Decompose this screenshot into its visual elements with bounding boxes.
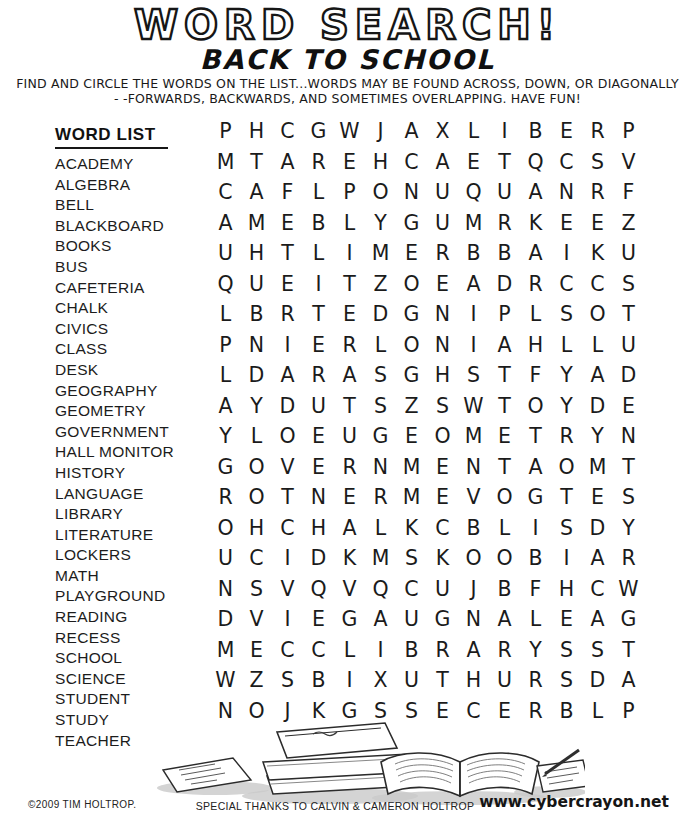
grid-cell-r12c10[interactable]: T [489, 452, 520, 483]
grid-cell-r14c10[interactable]: L [489, 513, 520, 544]
grid-cell-r2c1[interactable]: M [210, 147, 241, 178]
grid-cell-r8c13[interactable]: L [582, 330, 613, 361]
grid-cell-r16c3[interactable]: V [272, 574, 303, 605]
grid-cell-r6c4[interactable]: I [303, 269, 334, 300]
grid-cell-r13c5[interactable]: E [334, 482, 365, 513]
grid-cell-r4c1[interactable]: A [210, 208, 241, 239]
grid-cell-r11c8[interactable]: O [427, 421, 458, 452]
footer-copyright: ©2009 TIM HOLTROP. [28, 799, 137, 810]
grid-cell-r12c12[interactable]: O [551, 452, 582, 483]
grid-cell-r4c13[interactable]: E [582, 208, 613, 239]
grid-cell-r6c8[interactable]: E [427, 269, 458, 300]
grid-cell-r18c10[interactable]: R [489, 635, 520, 666]
word-list-item: LIBRARY [55, 504, 215, 525]
grid-cell-r19c10[interactable]: U [489, 665, 520, 696]
grid-cell-r6c6[interactable]: Z [365, 269, 396, 300]
grid-cell-r3c7[interactable]: N [396, 177, 427, 208]
grid-cell-r8c3[interactable]: I [272, 330, 303, 361]
grid-cell-r2c5[interactable]: E [334, 147, 365, 178]
word-list-items: ACADEMYALGEBRABELLBLACKBOARDBOOKSBUSCAFE… [55, 154, 215, 751]
grid-cell-r8c1[interactable]: P [210, 330, 241, 361]
grid-cell-r12c3[interactable]: V [272, 452, 303, 483]
grid-cell-r3c11[interactable]: A [520, 177, 551, 208]
grid-cell-r17c9[interactable]: N [458, 604, 489, 635]
grid-cell-r2c12[interactable]: C [551, 147, 582, 178]
grid-cell-r14c3[interactable]: C [272, 513, 303, 544]
grid-cell-r6c9[interactable]: A [458, 269, 489, 300]
word-list-item: LANGUAGE [55, 484, 215, 505]
grid-cell-r12c14[interactable]: T [613, 452, 644, 483]
word-list-item: BOOKS [55, 236, 215, 257]
puzzle-subtitle: BACK TO SCHOOL [0, 44, 695, 75]
grid-cell-r15c3[interactable]: I [272, 543, 303, 574]
grid-cell-r10c10[interactable]: T [489, 391, 520, 422]
grid-cell-r16c6[interactable]: Q [365, 574, 396, 605]
grid-cell-r14c13[interactable]: D [582, 513, 613, 544]
grid-cell-r6c5[interactable]: T [334, 269, 365, 300]
grid-cell-r13c12[interactable]: T [551, 482, 582, 513]
grid-cell-r11c10[interactable]: E [489, 421, 520, 452]
grid-cell-r11c4[interactable]: E [303, 421, 334, 452]
grid-cell-r19c4[interactable]: B [303, 665, 334, 696]
letter-grid: PHCGWJAXLIBERPMTAREHCAETQCSVCAFLPONUQUAN… [210, 116, 644, 726]
grid-cell-r11c5[interactable]: U [334, 421, 365, 452]
grid-cell-r5c6[interactable]: M [365, 238, 396, 269]
grid-cell-r16c10[interactable]: B [489, 574, 520, 605]
grid-cell-r2c4[interactable]: R [303, 147, 334, 178]
grid-cell-r11c1[interactable]: Y [210, 421, 241, 452]
grid-cell-r4c2[interactable]: M [241, 208, 272, 239]
grid-cell-r4c4[interactable]: B [303, 208, 334, 239]
grid-cell-r1c11[interactable]: B [520, 116, 551, 147]
grid-cell-r11c13[interactable]: Y [582, 421, 613, 452]
grid-cell-r8c2[interactable]: N [241, 330, 272, 361]
grid-cell-r2c9[interactable]: E [458, 147, 489, 178]
grid-cell-r2c13[interactable]: S [582, 147, 613, 178]
grid-cell-r8c10[interactable]: A [489, 330, 520, 361]
grid-cell-r12c7[interactable]: M [396, 452, 427, 483]
grid-cell-r19c6[interactable]: X [365, 665, 396, 696]
grid-cell-r17c8[interactable]: G [427, 604, 458, 635]
grid-cell-r16c2[interactable]: S [241, 574, 272, 605]
grid-cell-r7c11[interactable]: L [520, 299, 551, 330]
grid-cell-r2c14[interactable]: V [613, 147, 644, 178]
grid-cell-r15c7[interactable]: S [396, 543, 427, 574]
grid-cell-r5c10[interactable]: B [489, 238, 520, 269]
grid-cell-r5c7[interactable]: E [396, 238, 427, 269]
grid-cell-r2c7[interactable]: C [396, 147, 427, 178]
grid-cell-r16c11[interactable]: F [520, 574, 551, 605]
grid-cell-r2c11[interactable]: Q [520, 147, 551, 178]
footer-thanks: SPECIAL THANKS TO CALVIN & CAMERON HOLTR… [196, 800, 474, 812]
grid-cell-r7c9[interactable]: I [458, 299, 489, 330]
grid-cell-r8c4[interactable]: E [303, 330, 334, 361]
grid-cell-r5c11[interactable]: A [520, 238, 551, 269]
grid-cell-r6c10[interactable]: D [489, 269, 520, 300]
grid-cell-r1c3[interactable]: C [272, 116, 303, 147]
grid-cell-r6c1[interactable]: Q [210, 269, 241, 300]
grid-cell-r1c2[interactable]: H [241, 116, 272, 147]
grid-cell-r19c2[interactable]: Z [241, 665, 272, 696]
grid-cell-r19c5[interactable]: I [334, 665, 365, 696]
word-list-item: GOVERNMENT [55, 422, 215, 443]
grid-cell-r10c14[interactable]: E [613, 391, 644, 422]
grid-cell-r7c12[interactable]: S [551, 299, 582, 330]
grid-cell-r13c10[interactable]: O [489, 482, 520, 513]
grid-cell-r18c1[interactable]: M [210, 635, 241, 666]
grid-cell-r18c12[interactable]: S [551, 635, 582, 666]
grid-cell-r17c4[interactable]: E [303, 604, 334, 635]
word-list-item: CIVICS [55, 319, 215, 340]
grid-cell-r7c8[interactable]: N [427, 299, 458, 330]
grid-cell-r18c5[interactable]: L [334, 635, 365, 666]
grid-cell-r1c8[interactable]: X [427, 116, 458, 147]
grid-cell-r4c7[interactable]: G [396, 208, 427, 239]
grid-cell-r16c7[interactable]: C [396, 574, 427, 605]
word-list-item: BUS [55, 257, 215, 278]
grid-cell-r7c5[interactable]: E [334, 299, 365, 330]
grid-cell-r14c9[interactable]: B [458, 513, 489, 544]
grid-cell-r20c13[interactable]: L [582, 696, 613, 727]
grid-cell-r9c9[interactable]: S [458, 360, 489, 391]
grid-cell-r4c3[interactable]: E [272, 208, 303, 239]
grid-cell-r9c3[interactable]: A [272, 360, 303, 391]
grid-cell-r1c1[interactable]: P [210, 116, 241, 147]
grid-cell-r13c13[interactable]: E [582, 482, 613, 513]
grid-cell-r13c8[interactable]: E [427, 482, 458, 513]
grid-cell-r10c11[interactable]: O [520, 391, 551, 422]
grid-cell-r6c3[interactable]: E [272, 269, 303, 300]
grid-cell-r2c3[interactable]: A [272, 147, 303, 178]
grid-cell-r7c2[interactable]: B [241, 299, 272, 330]
grid-cell-r9c1[interactable]: L [210, 360, 241, 391]
grid-cell-r17c13[interactable]: A [582, 604, 613, 635]
grid-cell-r4c6[interactable]: Y [365, 208, 396, 239]
grid-cell-r13c9[interactable]: V [458, 482, 489, 513]
grid-cell-r13c6[interactable]: R [365, 482, 396, 513]
grid-cell-r9c11[interactable]: F [520, 360, 551, 391]
grid-cell-r6c12[interactable]: C [551, 269, 582, 300]
grid-cell-r19c13[interactable]: D [582, 665, 613, 696]
grid-cell-r11c12[interactable]: R [551, 421, 582, 452]
grid-cell-r12c8[interactable]: E [427, 452, 458, 483]
grid-cell-r1c13[interactable]: R [582, 116, 613, 147]
grid-cell-r17c11[interactable]: L [520, 604, 551, 635]
grid-cell-r4c5[interactable]: L [334, 208, 365, 239]
grid-cell-r7c7[interactable]: G [396, 299, 427, 330]
grid-cell-r14c1[interactable]: O [210, 513, 241, 544]
grid-cell-r2c10[interactable]: T [489, 147, 520, 178]
grid-cell-r19c3[interactable]: S [272, 665, 303, 696]
grid-cell-r10c9[interactable]: W [458, 391, 489, 422]
grid-cell-r9c13[interactable]: A [582, 360, 613, 391]
grid-cell-r14c5[interactable]: A [334, 513, 365, 544]
grid-cell-r10c4[interactable]: U [303, 391, 334, 422]
grid-cell-r5c9[interactable]: B [458, 238, 489, 269]
word-list-item: HALL MONITOR [55, 442, 215, 463]
grid-cell-r15c5[interactable]: K [334, 543, 365, 574]
grid-cell-r6c11[interactable]: R [520, 269, 551, 300]
grid-cell-r8c5[interactable]: R [334, 330, 365, 361]
grid-cell-r1c6[interactable]: J [365, 116, 396, 147]
grid-cell-r16c8[interactable]: U [427, 574, 458, 605]
grid-cell-r12c9[interactable]: N [458, 452, 489, 483]
word-list-item: BELL [55, 195, 215, 216]
grid-cell-r1c10[interactable]: I [489, 116, 520, 147]
word-list-item: BLACKBOARD [55, 216, 215, 237]
grid-cell-r1c4[interactable]: G [303, 116, 334, 147]
grid-cell-r18c8[interactable]: R [427, 635, 458, 666]
grid-cell-r11c11[interactable]: T [520, 421, 551, 452]
word-list-item: MATH [55, 566, 215, 587]
grid-cell-r11c6[interactable]: G [365, 421, 396, 452]
grid-cell-r12c2[interactable]: O [241, 452, 272, 483]
grid-cell-r11c7[interactable]: E [396, 421, 427, 452]
word-list-item: ALGEBRA [55, 175, 215, 196]
grid-cell-r18c7[interactable]: B [396, 635, 427, 666]
grid-cell-r14c7[interactable]: K [396, 513, 427, 544]
grid-cell-r13c4[interactable]: N [303, 482, 334, 513]
grid-cell-r9c4[interactable]: R [303, 360, 334, 391]
grid-cell-r6c7[interactable]: O [396, 269, 427, 300]
grid-cell-r3c12[interactable]: N [551, 177, 582, 208]
grid-cell-r16c5[interactable]: V [334, 574, 365, 605]
grid-cell-r4c8[interactable]: U [427, 208, 458, 239]
grid-cell-r8c6[interactable]: L [365, 330, 396, 361]
grid-cell-r17c5[interactable]: G [334, 604, 365, 635]
grid-cell-r12c4[interactable]: E [303, 452, 334, 483]
grid-cell-r18c13[interactable]: S [582, 635, 613, 666]
grid-cell-r5c12[interactable]: I [551, 238, 582, 269]
grid-cell-r12c6[interactable]: N [365, 452, 396, 483]
grid-cell-r16c14[interactable]: W [613, 574, 644, 605]
grid-cell-r15c11[interactable]: B [520, 543, 551, 574]
grid-cell-r19c11[interactable]: R [520, 665, 551, 696]
grid-cell-r2c8[interactable]: A [427, 147, 458, 178]
grid-cell-r4c12[interactable]: E [551, 208, 582, 239]
grid-cell-r17c1[interactable]: D [210, 604, 241, 635]
grid-cell-r10c6[interactable]: S [365, 391, 396, 422]
grid-cell-r5c2[interactable]: H [241, 238, 272, 269]
word-list-item: CAFETERIA [55, 278, 215, 299]
grid-cell-r12c11[interactable]: A [520, 452, 551, 483]
grid-cell-r10c5[interactable]: T [334, 391, 365, 422]
grid-cell-r4c9[interactable]: M [458, 208, 489, 239]
grid-cell-r11c14[interactable]: N [613, 421, 644, 452]
grid-cell-r3c5[interactable]: P [334, 177, 365, 208]
grid-cell-r18c4[interactable]: C [303, 635, 334, 666]
grid-cell-r7c1[interactable]: L [210, 299, 241, 330]
grid-cell-r9c5[interactable]: A [334, 360, 365, 391]
grid-cell-r8c11[interactable]: H [520, 330, 551, 361]
grid-cell-r19c14[interactable]: A [613, 665, 644, 696]
grid-cell-r12c5[interactable]: R [334, 452, 365, 483]
grid-cell-r15c1[interactable]: U [210, 543, 241, 574]
word-list-item: HISTORY [55, 463, 215, 484]
word-list-heading: WORD LIST [55, 125, 168, 149]
word-list-item: CHALK [55, 298, 215, 319]
word-list-item: RECESS [55, 628, 215, 649]
word-list-item: ACADEMY [55, 154, 215, 175]
grid-cell-r15c2[interactable]: C [241, 543, 272, 574]
grid-cell-r10c12[interactable]: Y [551, 391, 582, 422]
grid-cell-r9c6[interactable]: S [365, 360, 396, 391]
grid-cell-r7c13[interactable]: O [582, 299, 613, 330]
grid-cell-r15c10[interactable]: O [489, 543, 520, 574]
grid-cell-r3c9[interactable]: Q [458, 177, 489, 208]
word-list-item: LOCKERS [55, 545, 215, 566]
grid-cell-r19c1[interactable]: W [210, 665, 241, 696]
grid-cell-r9c2[interactable]: D [241, 360, 272, 391]
word-list-item: CLASS [55, 339, 215, 360]
grid-cell-r8c9[interactable]: I [458, 330, 489, 361]
grid-cell-r3c8[interactable]: U [427, 177, 458, 208]
grid-cell-r7c14[interactable]: T [613, 299, 644, 330]
grid-cell-r17c14[interactable]: G [613, 604, 644, 635]
grid-cell-r19c8[interactable]: T [427, 665, 458, 696]
grid-cell-r16c1[interactable]: N [210, 574, 241, 605]
grid-cell-r13c1[interactable]: R [210, 482, 241, 513]
grid-cell-r3c2[interactable]: A [241, 177, 272, 208]
grid-cell-r18c9[interactable]: A [458, 635, 489, 666]
word-list-item: READING [55, 607, 215, 628]
grid-cell-r7c3[interactable]: R [272, 299, 303, 330]
grid-cell-r9c12[interactable]: Y [551, 360, 582, 391]
grid-cell-r15c12[interactable]: I [551, 543, 582, 574]
grid-cell-r6c14[interactable]: S [613, 269, 644, 300]
grid-cell-r1c5[interactable]: W [334, 116, 365, 147]
grid-cell-r6c2[interactable]: U [241, 269, 272, 300]
grid-cell-r18c2[interactable]: E [241, 635, 272, 666]
grid-cell-r16c13[interactable]: C [582, 574, 613, 605]
grid-cell-r14c2[interactable]: H [241, 513, 272, 544]
grid-cell-r18c11[interactable]: Y [520, 635, 551, 666]
grid-cell-r5c14[interactable]: U [613, 238, 644, 269]
grid-cell-r13c3[interactable]: T [272, 482, 303, 513]
grid-cell-r13c2[interactable]: O [241, 482, 272, 513]
grid-cell-r7c4[interactable]: T [303, 299, 334, 330]
grid-cell-r10c8[interactable]: S [427, 391, 458, 422]
grid-cell-r14c4[interactable]: H [303, 513, 334, 544]
grid-cell-r17c10[interactable]: A [489, 604, 520, 635]
grid-cell-r5c1[interactable]: U [210, 238, 241, 269]
grid-cell-r17c6[interactable]: A [365, 604, 396, 635]
grid-cell-r3c3[interactable]: F [272, 177, 303, 208]
word-list-item: SCHOOL [55, 648, 215, 669]
grid-cell-r1c12[interactable]: E [551, 116, 582, 147]
grid-cell-r15c9[interactable]: O [458, 543, 489, 574]
grid-cell-r15c13[interactable]: A [582, 543, 613, 574]
grid-cell-r10c3[interactable]: D [272, 391, 303, 422]
grid-cell-r17c12[interactable]: E [551, 604, 582, 635]
grid-cell-r13c11[interactable]: G [520, 482, 551, 513]
grid-cell-r18c14[interactable]: T [613, 635, 644, 666]
grid-cell-r4c11[interactable]: K [520, 208, 551, 239]
grid-cell-r6c13[interactable]: C [582, 269, 613, 300]
grid-cell-r2c2[interactable]: T [241, 147, 272, 178]
grid-cell-r17c7[interactable]: U [396, 604, 427, 635]
grid-cell-r3c1[interactable]: C [210, 177, 241, 208]
grid-cell-r8c12[interactable]: L [551, 330, 582, 361]
grid-cell-r4c10[interactable]: R [489, 208, 520, 239]
grid-cell-r1c14[interactable]: P [613, 116, 644, 147]
grid-cell-r10c13[interactable]: D [582, 391, 613, 422]
grid-cell-r3c13[interactable]: R [582, 177, 613, 208]
grid-cell-r11c3[interactable]: O [272, 421, 303, 452]
grid-cell-r11c2[interactable]: L [241, 421, 272, 452]
grid-cell-r3c14[interactable]: F [613, 177, 644, 208]
grid-cell-r5c13[interactable]: K [582, 238, 613, 269]
grid-cell-r1c9[interactable]: L [458, 116, 489, 147]
grid-cell-r10c7[interactable]: Z [396, 391, 427, 422]
grid-cell-r12c1[interactable]: G [210, 452, 241, 483]
grid-cell-r14c6[interactable]: L [365, 513, 396, 544]
grid-cell-r16c9[interactable]: J [458, 574, 489, 605]
grid-cell-r7c6[interactable]: D [365, 299, 396, 330]
grid-cell-r19c7[interactable]: U [396, 665, 427, 696]
grid-cell-r14c12[interactable]: S [551, 513, 582, 544]
grid-cell-r8c7[interactable]: O [396, 330, 427, 361]
grid-cell-r16c4[interactable]: Q [303, 574, 334, 605]
grid-cell-r3c10[interactable]: U [489, 177, 520, 208]
grid-cell-r3c6[interactable]: O [365, 177, 396, 208]
grid-cell-r17c2[interactable]: V [241, 604, 272, 635]
grid-cell-r8c8[interactable]: N [427, 330, 458, 361]
grid-cell-r9c14[interactable]: D [613, 360, 644, 391]
grid-cell-r5c5[interactable]: I [334, 238, 365, 269]
grid-cell-r20c14[interactable]: P [613, 696, 644, 727]
grid-cell-r14c11[interactable]: I [520, 513, 551, 544]
footer-website: www.cybercrayon.net [479, 793, 669, 811]
grid-cell-r18c3[interactable]: C [272, 635, 303, 666]
grid-cell-r10c2[interactable]: Y [241, 391, 272, 422]
grid-cell-r19c12[interactable]: S [551, 665, 582, 696]
grid-cell-r10c1[interactable]: A [210, 391, 241, 422]
grid-cell-r13c14[interactable]: S [613, 482, 644, 513]
grid-cell-r5c8[interactable]: R [427, 238, 458, 269]
grid-cell-r15c4[interactable]: D [303, 543, 334, 574]
grid-cell-r19c9[interactable]: H [458, 665, 489, 696]
grid-cell-r3c4[interactable]: L [303, 177, 334, 208]
grid-cell-r5c4[interactable]: L [303, 238, 334, 269]
grid-cell-r14c14[interactable]: Y [613, 513, 644, 544]
grid-cell-r18c6[interactable]: I [365, 635, 396, 666]
word-list-item: STUDENT [55, 689, 215, 710]
word-list-item: GEOMETRY [55, 401, 215, 422]
instructions-line-2: - -FORWARDS, BACKWARDS, AND SOMETIMES OV… [0, 91, 695, 106]
grid-cell-r5c3[interactable]: T [272, 238, 303, 269]
grid-cell-r9c7[interactable]: G [396, 360, 427, 391]
grid-cell-r15c14[interactable]: R [613, 543, 644, 574]
word-list-item: PLAYGROUND [55, 586, 215, 607]
grid-cell-r11c9[interactable]: M [458, 421, 489, 452]
grid-cell-r14c8[interactable]: C [427, 513, 458, 544]
grid-cell-r8c14[interactable]: U [613, 330, 644, 361]
grid-cell-r2c6[interactable]: H [365, 147, 396, 178]
grid-cell-r15c8[interactable]: K [427, 543, 458, 574]
grid-cell-r9c10[interactable]: T [489, 360, 520, 391]
word-list-item: DESK [55, 360, 215, 381]
grid-cell-r4c14[interactable]: Z [613, 208, 644, 239]
grid-cell-r17c3[interactable]: I [272, 604, 303, 635]
grid-cell-r9c8[interactable]: H [427, 360, 458, 391]
grid-cell-r12c13[interactable]: M [582, 452, 613, 483]
grid-cell-r7c10[interactable]: P [489, 299, 520, 330]
grid-cell-r15c6[interactable]: M [365, 543, 396, 574]
grid-cell-r1c7[interactable]: A [396, 116, 427, 147]
grid-cell-r16c12[interactable]: H [551, 574, 582, 605]
grid-cell-r13c7[interactable]: M [396, 482, 427, 513]
